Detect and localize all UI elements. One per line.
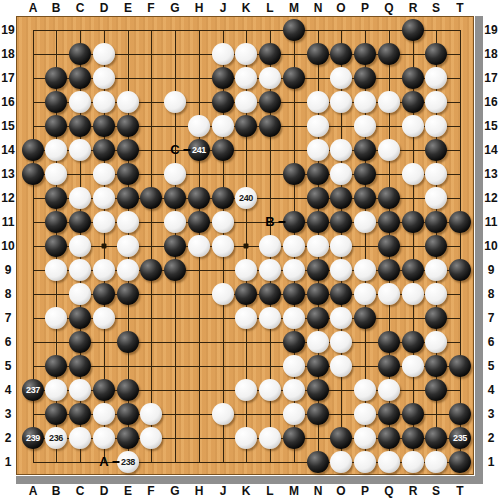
stone-black[interactable] xyxy=(259,91,281,113)
stone-white[interactable] xyxy=(330,235,352,257)
stone-black[interactable] xyxy=(93,379,115,401)
stone-black[interactable] xyxy=(164,259,186,281)
stone-black[interactable] xyxy=(188,211,210,233)
stone-black[interactable] xyxy=(69,355,91,377)
stone-white[interactable] xyxy=(259,67,281,89)
stone-black[interactable] xyxy=(425,43,447,65)
stone-white[interactable] xyxy=(259,379,281,401)
coord-right-11: 11 xyxy=(485,215,498,229)
coord-right-15: 15 xyxy=(484,119,497,133)
stone-white[interactable] xyxy=(283,355,305,377)
coord-left-8: 8 xyxy=(5,287,12,301)
coord-left-14: 14 xyxy=(1,143,14,157)
stone-white[interactable] xyxy=(283,259,305,281)
stone-white[interactable] xyxy=(117,259,139,281)
stone-white[interactable] xyxy=(330,139,352,161)
coord-left-1: 1 xyxy=(5,455,12,469)
stone-black[interactable] xyxy=(69,403,91,425)
stone-black[interactable] xyxy=(307,355,329,377)
coord-left-19: 19 xyxy=(1,23,14,37)
stone-black-numbered[interactable]: 239 xyxy=(22,427,44,449)
coord-top-J: J xyxy=(220,1,227,15)
coord-right-17: 17 xyxy=(484,71,497,85)
stone-white[interactable] xyxy=(354,115,376,137)
stone-white[interactable] xyxy=(188,235,210,257)
stone-black[interactable] xyxy=(449,403,471,425)
coord-top-O: O xyxy=(336,1,345,15)
coord-top-K: K xyxy=(242,1,251,15)
stone-black[interactable] xyxy=(402,19,424,41)
stone-white[interactable] xyxy=(354,403,376,425)
stone-black[interactable] xyxy=(45,403,67,425)
stone-white[interactable] xyxy=(45,379,67,401)
coord-bottom-F: F xyxy=(147,484,154,498)
stone-black[interactable] xyxy=(354,307,376,329)
coord-left-3: 3 xyxy=(5,407,12,421)
stone-black-numbered[interactable]: 237 xyxy=(22,379,44,401)
coord-right-4: 4 xyxy=(488,383,495,397)
coord-top-D: D xyxy=(100,1,109,15)
stone-white[interactable] xyxy=(330,163,352,185)
stone-white[interactable] xyxy=(402,163,424,185)
stone-white[interactable] xyxy=(164,211,186,233)
coord-top-F: F xyxy=(147,1,154,15)
stone-black[interactable] xyxy=(93,115,115,137)
grid-vline xyxy=(151,30,152,463)
stone-white[interactable] xyxy=(93,91,115,113)
stone-white[interactable] xyxy=(235,379,257,401)
coord-bottom-M: M xyxy=(289,484,299,498)
coord-top-P: P xyxy=(361,1,369,15)
stone-black[interactable] xyxy=(117,379,139,401)
coord-top-E: E xyxy=(124,1,132,15)
stone-black[interactable] xyxy=(69,43,91,65)
stone-white[interactable] xyxy=(188,115,210,137)
stone-white[interactable] xyxy=(45,259,67,281)
coord-right-10: 10 xyxy=(484,239,497,253)
stone-white[interactable] xyxy=(354,211,376,233)
stone-black[interactable] xyxy=(378,235,400,257)
coord-right-6: 6 xyxy=(488,335,495,349)
stone-white[interactable] xyxy=(283,307,305,329)
stone-white[interactable] xyxy=(45,163,67,185)
stone-black[interactable] xyxy=(307,283,329,305)
stone-black[interactable] xyxy=(402,91,424,113)
coord-top-S: S xyxy=(432,1,440,15)
stone-black[interactable] xyxy=(164,187,186,209)
stone-white[interactable] xyxy=(307,115,329,137)
coord-bottom-B: B xyxy=(52,484,61,498)
coord-top-L: L xyxy=(266,1,273,15)
stone-black[interactable] xyxy=(212,67,234,89)
stone-white[interactable] xyxy=(330,91,352,113)
stone-black[interactable] xyxy=(283,163,305,185)
coord-top-G: G xyxy=(170,1,179,15)
stone-black[interactable] xyxy=(402,259,424,281)
stone-white[interactable] xyxy=(117,91,139,113)
stone-black[interactable] xyxy=(354,43,376,65)
coord-right-12: 12 xyxy=(484,191,497,205)
coord-bottom-G: G xyxy=(170,484,179,498)
stone-white[interactable] xyxy=(283,403,305,425)
stone-black[interactable] xyxy=(117,403,139,425)
stone-black[interactable] xyxy=(307,307,329,329)
stone-white[interactable] xyxy=(354,91,376,113)
coord-right-19: 19 xyxy=(484,23,497,37)
stone-black[interactable] xyxy=(378,187,400,209)
stone-white[interactable] xyxy=(378,283,400,305)
stone-black[interactable] xyxy=(354,67,376,89)
stone-white[interactable] xyxy=(45,307,67,329)
coord-left-6: 6 xyxy=(5,335,12,349)
stone-black[interactable] xyxy=(330,427,352,449)
coord-top-R: R xyxy=(409,1,418,15)
stone-white[interactable] xyxy=(69,259,91,281)
stone-white[interactable] xyxy=(212,115,234,137)
stone-white[interactable] xyxy=(212,43,234,65)
coord-left-18: 18 xyxy=(1,47,14,61)
coord-right-2: 2 xyxy=(488,431,495,445)
stone-black[interactable] xyxy=(449,259,471,281)
stone-white[interactable] xyxy=(212,211,234,233)
stone-white[interactable] xyxy=(259,307,281,329)
stone-black[interactable] xyxy=(140,187,162,209)
stone-black[interactable] xyxy=(402,67,424,89)
stone-white[interactable] xyxy=(307,331,329,353)
stone-white[interactable] xyxy=(425,115,447,137)
stone-black[interactable] xyxy=(425,139,447,161)
coord-bottom-T: T xyxy=(456,484,463,498)
stone-white[interactable] xyxy=(93,259,115,281)
stone-black[interactable] xyxy=(259,115,281,137)
coord-right-5: 5 xyxy=(488,359,495,373)
coord-bottom-H: H xyxy=(195,484,204,498)
stone-white[interactable] xyxy=(354,451,376,473)
stone-white[interactable] xyxy=(425,187,447,209)
stone-white[interactable] xyxy=(354,259,376,281)
coord-top-T: T xyxy=(456,1,463,15)
stone-white[interactable] xyxy=(69,187,91,209)
stone-black[interactable] xyxy=(117,187,139,209)
stone-black[interactable] xyxy=(354,163,376,185)
coord-top-B: B xyxy=(52,1,61,15)
stone-black[interactable] xyxy=(402,211,424,233)
coord-bottom-S: S xyxy=(432,484,440,498)
stone-black[interactable] xyxy=(45,67,67,89)
stone-black[interactable] xyxy=(330,211,352,233)
stone-black[interactable] xyxy=(378,403,400,425)
stone-white[interactable] xyxy=(93,163,115,185)
coord-bottom-A: A xyxy=(29,484,38,498)
stone-black[interactable] xyxy=(45,355,67,377)
board-shadow-right xyxy=(475,16,483,483)
stone-white[interactable] xyxy=(307,139,329,161)
stone-black[interactable] xyxy=(330,43,352,65)
stone-white[interactable] xyxy=(330,259,352,281)
coord-bottom-J: J xyxy=(220,484,227,498)
point-label-dash xyxy=(184,149,191,151)
stone-white[interactable] xyxy=(117,235,139,257)
stone-white[interactable] xyxy=(93,307,115,329)
stone-black[interactable] xyxy=(425,355,447,377)
go-board-app: 241240237239236235238 ABC ABCDEFGHJKLMNO… xyxy=(0,0,500,500)
grid-vline xyxy=(460,30,461,463)
stone-white[interactable] xyxy=(235,91,257,113)
coord-top-N: N xyxy=(314,1,323,15)
stone-black[interactable] xyxy=(69,67,91,89)
coord-top-H: H xyxy=(195,1,204,15)
stone-black[interactable] xyxy=(425,211,447,233)
stone-white[interactable] xyxy=(93,403,115,425)
coord-left-5: 5 xyxy=(5,359,12,373)
stone-black[interactable] xyxy=(307,451,329,473)
stone-white[interactable] xyxy=(378,91,400,113)
stone-white[interactable] xyxy=(235,43,257,65)
coord-left-13: 13 xyxy=(1,167,14,181)
stone-white[interactable] xyxy=(425,91,447,113)
stone-black[interactable] xyxy=(283,67,305,89)
stone-black[interactable] xyxy=(378,211,400,233)
stone-white[interactable] xyxy=(164,163,186,185)
stone-black[interactable] xyxy=(259,43,281,65)
stone-black[interactable] xyxy=(449,451,471,473)
stone-black[interactable] xyxy=(402,403,424,425)
stone-black[interactable] xyxy=(117,115,139,137)
stone-black[interactable] xyxy=(69,115,91,137)
stone-white[interactable] xyxy=(69,283,91,305)
stone-black[interactable] xyxy=(212,139,234,161)
stone-black[interactable] xyxy=(378,355,400,377)
stone-black[interactable] xyxy=(235,115,257,137)
stone-black[interactable] xyxy=(307,43,329,65)
stone-white[interactable] xyxy=(235,67,257,89)
stone-white[interactable] xyxy=(330,307,352,329)
stone-white[interactable] xyxy=(69,91,91,113)
stone-black[interactable] xyxy=(117,163,139,185)
stone-black[interactable] xyxy=(93,139,115,161)
stone-white-numbered[interactable]: 238 xyxy=(117,451,139,473)
coord-bottom-K: K xyxy=(242,484,251,498)
coord-left-10: 10 xyxy=(1,239,14,253)
stone-black[interactable] xyxy=(69,211,91,233)
stone-white[interactable] xyxy=(425,283,447,305)
stone-black[interactable] xyxy=(330,283,352,305)
stone-black[interactable] xyxy=(425,427,447,449)
stone-white[interactable] xyxy=(69,427,91,449)
coord-bottom-C: C xyxy=(76,484,85,498)
stone-black[interactable] xyxy=(425,379,447,401)
stone-white[interactable] xyxy=(259,259,281,281)
stone-black[interactable] xyxy=(354,187,376,209)
stone-white[interactable] xyxy=(69,235,91,257)
stone-white[interactable] xyxy=(307,235,329,257)
stone-black[interactable] xyxy=(307,163,329,185)
stone-white[interactable] xyxy=(378,139,400,161)
stone-black[interactable] xyxy=(378,427,400,449)
coord-left-15: 15 xyxy=(1,119,14,133)
stone-black[interactable] xyxy=(283,19,305,41)
stone-black[interactable] xyxy=(330,187,352,209)
stone-white[interactable] xyxy=(307,91,329,113)
stone-white[interactable] xyxy=(283,235,305,257)
stone-black[interactable] xyxy=(283,283,305,305)
stone-white[interactable] xyxy=(140,427,162,449)
point-label-C: C xyxy=(170,142,179,157)
stone-white[interactable] xyxy=(402,451,424,473)
stone-white[interactable] xyxy=(259,427,281,449)
stone-white[interactable] xyxy=(425,67,447,89)
stone-black[interactable] xyxy=(45,235,67,257)
stone-black[interactable] xyxy=(45,115,67,137)
stone-white[interactable] xyxy=(330,355,352,377)
stone-black[interactable] xyxy=(212,91,234,113)
stone-white[interactable] xyxy=(93,211,115,233)
coord-bottom-R: R xyxy=(409,484,418,498)
stone-black[interactable] xyxy=(69,331,91,353)
stone-white[interactable] xyxy=(378,451,400,473)
coord-right-7: 7 xyxy=(488,311,495,325)
stone-white[interactable] xyxy=(93,187,115,209)
coord-left-16: 16 xyxy=(1,95,14,109)
stone-black[interactable] xyxy=(188,187,210,209)
stone-white[interactable] xyxy=(69,379,91,401)
stone-white[interactable] xyxy=(259,235,281,257)
stone-white[interactable] xyxy=(164,91,186,113)
coord-top-M: M xyxy=(289,1,299,15)
stone-white[interactable] xyxy=(283,379,305,401)
stone-white[interactable] xyxy=(402,355,424,377)
coord-left-4: 4 xyxy=(5,383,12,397)
coord-left-2: 2 xyxy=(5,431,12,445)
stone-black[interactable] xyxy=(307,187,329,209)
stone-black[interactable] xyxy=(45,211,67,233)
point-label-A: A xyxy=(99,454,108,469)
coord-right-3: 3 xyxy=(488,407,495,421)
stone-black[interactable] xyxy=(378,259,400,281)
stone-black[interactable] xyxy=(164,235,186,257)
stone-white[interactable] xyxy=(235,307,257,329)
stone-white[interactable] xyxy=(45,139,67,161)
point-label-dash xyxy=(113,461,120,463)
stone-black[interactable] xyxy=(307,259,329,281)
stone-black[interactable] xyxy=(307,379,329,401)
stone-black[interactable] xyxy=(22,163,44,185)
stone-black[interactable] xyxy=(283,427,305,449)
point-label-B: B xyxy=(265,214,274,229)
stone-black[interactable] xyxy=(140,259,162,281)
stone-black[interactable] xyxy=(93,283,115,305)
stone-white[interactable] xyxy=(378,379,400,401)
stone-white[interactable] xyxy=(235,427,257,449)
stone-white[interactable] xyxy=(212,283,234,305)
stone-white[interactable] xyxy=(354,427,376,449)
stone-white[interactable] xyxy=(402,283,424,305)
stone-black[interactable] xyxy=(45,91,67,113)
stone-black[interactable] xyxy=(402,427,424,449)
point-label-dash xyxy=(279,221,286,223)
stone-white[interactable] xyxy=(212,235,234,257)
coord-left-11: 11 xyxy=(2,215,15,229)
stone-white[interactable] xyxy=(330,67,352,89)
stone-black-numbered[interactable]: 241 xyxy=(188,139,210,161)
stone-black[interactable] xyxy=(69,307,91,329)
stone-white[interactable] xyxy=(93,427,115,449)
stone-black[interactable] xyxy=(354,139,376,161)
board-shadow-bottom xyxy=(16,476,483,484)
stone-black[interactable] xyxy=(425,235,447,257)
stone-black[interactable] xyxy=(378,43,400,65)
stone-white[interactable] xyxy=(330,451,352,473)
stone-black[interactable] xyxy=(283,331,305,353)
stone-black[interactable] xyxy=(307,403,329,425)
stone-black[interactable] xyxy=(425,307,447,329)
stone-black[interactable] xyxy=(235,283,257,305)
stone-black[interactable] xyxy=(307,211,329,233)
stone-white[interactable] xyxy=(117,211,139,233)
stone-white[interactable] xyxy=(330,331,352,353)
stone-white[interactable] xyxy=(425,163,447,185)
stone-black[interactable] xyxy=(117,139,139,161)
coord-bottom-L: L xyxy=(266,484,273,498)
stone-black[interactable] xyxy=(378,331,400,353)
coord-right-8: 8 xyxy=(488,287,495,301)
coord-bottom-Q: Q xyxy=(384,484,393,498)
stone-black[interactable] xyxy=(283,211,305,233)
stone-black[interactable] xyxy=(45,187,67,209)
coord-bottom-N: N xyxy=(314,484,323,498)
stone-white[interactable] xyxy=(93,67,115,89)
stone-black[interactable] xyxy=(117,427,139,449)
coord-top-A: A xyxy=(29,1,38,15)
star-point xyxy=(244,244,249,249)
stone-black[interactable] xyxy=(117,283,139,305)
coord-right-14: 14 xyxy=(484,143,497,157)
coord-right-1: 1 xyxy=(488,455,495,469)
stone-black-numbered[interactable]: 235 xyxy=(449,427,471,449)
stone-black[interactable] xyxy=(449,211,471,233)
coord-bottom-E: E xyxy=(124,484,132,498)
stone-white[interactable] xyxy=(212,403,234,425)
stone-black[interactable] xyxy=(212,187,234,209)
coord-right-9: 9 xyxy=(488,263,495,277)
coord-bottom-O: O xyxy=(336,484,345,498)
stone-white[interactable] xyxy=(425,259,447,281)
stone-white[interactable] xyxy=(354,283,376,305)
stone-black[interactable] xyxy=(259,283,281,305)
stone-white[interactable] xyxy=(93,43,115,65)
stone-white-numbered[interactable]: 236 xyxy=(45,427,67,449)
coord-left-17: 17 xyxy=(1,71,14,85)
stone-black[interactable] xyxy=(22,139,44,161)
grid-hline xyxy=(33,30,461,31)
stone-black[interactable] xyxy=(117,331,139,353)
coord-left-9: 9 xyxy=(5,263,12,277)
coord-bottom-P: P xyxy=(361,484,369,498)
coord-left-7: 7 xyxy=(5,311,12,325)
stone-white[interactable] xyxy=(140,403,162,425)
coord-right-18: 18 xyxy=(484,47,497,61)
coord-bottom-D: D xyxy=(100,484,109,498)
stone-white[interactable] xyxy=(235,259,257,281)
stone-white[interactable] xyxy=(354,379,376,401)
stone-black[interactable] xyxy=(402,331,424,353)
stone-white-numbered[interactable]: 240 xyxy=(235,187,257,209)
stone-white[interactable] xyxy=(69,139,91,161)
stone-white[interactable] xyxy=(402,115,424,137)
stone-white[interactable] xyxy=(425,331,447,353)
stone-black[interactable] xyxy=(449,355,471,377)
stone-white[interactable] xyxy=(425,451,447,473)
